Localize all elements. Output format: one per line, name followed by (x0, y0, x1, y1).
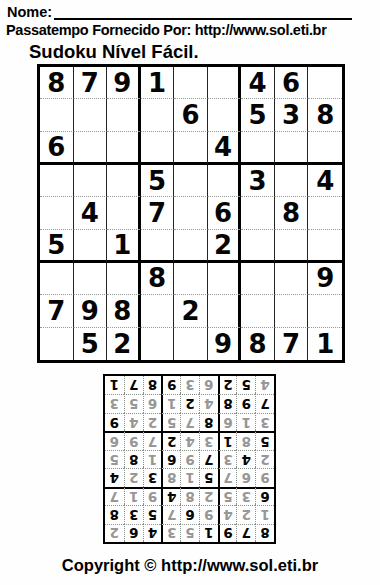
puzzle-cell-r8c2: 9 (74, 295, 108, 327)
solution-cell-r2c2: 2 (236, 505, 255, 523)
solution-cell-r8c3: 8 (218, 394, 237, 412)
solution-cell-r4c8: 2 (124, 468, 143, 486)
solution-cell-r9c9: 1 (105, 376, 124, 394)
puzzle-cell-r3c6: 4 (208, 132, 242, 165)
solution-cell-r9c5: 3 (180, 376, 199, 394)
solution-cell-r9c6: 9 (161, 376, 180, 394)
solution-cell-r5c1: 2 (255, 450, 274, 468)
solution-cell-r7c8: 4 (124, 413, 143, 431)
puzzle-cell-r8c1: 7 (40, 295, 74, 327)
solution-cell-r3c4: 2 (199, 487, 218, 505)
puzzle-cell-r3c8 (275, 132, 309, 165)
solution-cell-r5c7: 1 (143, 450, 162, 468)
solution-cell-r6c7: 7 (143, 431, 162, 449)
puzzle-cell-r7c3 (107, 263, 141, 295)
solution-cell-r3c8: 1 (124, 487, 143, 505)
puzzle-cell-r4c5 (174, 165, 208, 197)
solution-cell-r7c2: 1 (236, 413, 255, 431)
puzzle-cell-r6c8 (275, 230, 309, 263)
solution-cell-r9c2: 5 (236, 376, 255, 394)
page-title: Sudoku Nível Fácil. (29, 41, 199, 63)
solution-cell-r7c5: 7 (180, 413, 199, 431)
puzzle-cell-r2c4 (141, 99, 175, 131)
puzzle-cell-r6c3: 1 (107, 230, 141, 263)
solution-cell-r1c9: 2 (105, 524, 124, 542)
puzzle-cell-r3c3 (107, 132, 141, 165)
puzzle-cell-r9c5 (174, 328, 208, 360)
puzzle-cell-r1c1: 8 (40, 67, 74, 99)
solution-cell-r7c6: 5 (161, 413, 180, 431)
puzzle-cell-r9c8: 7 (275, 328, 309, 360)
puzzle-cell-r9c9: 1 (308, 328, 342, 360)
puzzle-cell-r3c7 (241, 132, 275, 165)
puzzle-cell-r4c7: 3 (241, 165, 275, 197)
solution-cell-r6c6: 2 (161, 431, 180, 449)
puzzle-cell-r6c5 (174, 230, 208, 263)
solution-cell-r2c9: 8 (105, 505, 124, 523)
solution-cell-r9c8: 7 (124, 376, 143, 394)
solution-cell-r5c4: 7 (199, 450, 218, 468)
puzzle-cell-r4c9: 4 (308, 165, 342, 197)
solution-cell-r5c2: 4 (236, 450, 255, 468)
puzzle-cell-r5c1 (40, 197, 74, 229)
solution-cell-r9c3: 2 (218, 376, 237, 394)
puzzle-cell-r3c1: 6 (40, 132, 74, 165)
solution-grid-rotated-180: 8791534621249675386352849179675183242437… (103, 374, 276, 544)
solution-cell-r1c8: 6 (124, 524, 143, 542)
sudoku-worksheet-page: Nome: Passatempo Fornecido Por: http://w… (0, 0, 380, 585)
solution-cell-r2c6: 7 (161, 505, 180, 523)
solution-cell-r4c2: 6 (236, 468, 255, 486)
name-row: Nome: (7, 3, 352, 20)
puzzle-cell-r1c3: 9 (107, 67, 141, 99)
solution-cell-r6c4: 3 (199, 431, 218, 449)
puzzle-cell-r4c2 (74, 165, 108, 197)
puzzle-cell-r7c2 (74, 263, 108, 295)
solution-cell-r2c5: 6 (180, 505, 199, 523)
puzzle-cell-r5c3 (107, 197, 141, 229)
puzzle-cell-r9c1 (40, 328, 74, 360)
puzzle-cell-r2c9: 8 (308, 99, 342, 131)
solution-cell-r1c2: 7 (236, 524, 255, 542)
puzzle-cell-r3c9 (308, 132, 342, 165)
puzzle-cell-r2c1 (40, 99, 74, 131)
puzzle-cell-r7c5 (174, 263, 208, 295)
solution-cell-r6c9: 6 (105, 431, 124, 449)
solution-cell-r4c7: 3 (143, 468, 162, 486)
solution-cell-r9c1: 4 (255, 376, 274, 394)
solution-cell-r4c5: 1 (180, 468, 199, 486)
puzzle-cell-r7c4: 8 (141, 263, 175, 295)
puzzle-cell-r4c4: 5 (141, 165, 175, 197)
puzzle-cell-r4c6 (208, 165, 242, 197)
solution-cell-r8c6: 1 (161, 394, 180, 412)
solution-cell-r3c1: 6 (255, 487, 274, 505)
puzzle-cell-r6c9 (308, 230, 342, 263)
solution-cell-r2c7: 5 (143, 505, 162, 523)
puzzle-cell-r2c8: 3 (275, 99, 309, 131)
solution-cell-r8c5: 2 (180, 394, 199, 412)
puzzle-cell-r2c3 (107, 99, 141, 131)
puzzle-cell-r2c7: 5 (241, 99, 275, 131)
solution-cell-r3c2: 3 (236, 487, 255, 505)
puzzle-cell-r8c8 (275, 295, 309, 327)
puzzle-cell-r5c7 (241, 197, 275, 229)
puzzle-cell-r7c8 (275, 263, 309, 295)
puzzle-cell-r9c6: 9 (208, 328, 242, 360)
puzzle-cell-r2c6 (208, 99, 242, 131)
puzzle-cell-r9c2: 5 (74, 328, 108, 360)
sudoku-puzzle-grid: 8791466538645344768512897982529871 (37, 64, 345, 363)
puzzle-cell-r1c9 (308, 67, 342, 99)
copyright-text: Copyright © http://www.sol.eti.br (0, 556, 380, 575)
puzzle-cell-r5c9 (308, 197, 342, 229)
solution-cell-r9c7: 8 (143, 376, 162, 394)
puzzle-cell-r3c4 (141, 132, 175, 165)
puzzle-cell-r8c9 (308, 295, 342, 327)
puzzle-cell-r7c9: 9 (308, 263, 342, 295)
solution-cell-r1c4: 1 (199, 524, 218, 542)
solution-cell-r6c5: 4 (180, 431, 199, 449)
solution-cell-r3c5: 8 (180, 487, 199, 505)
solution-cell-r8c4: 4 (199, 394, 218, 412)
solution-cell-r8c7: 6 (143, 394, 162, 412)
solution-cell-r3c3: 5 (218, 487, 237, 505)
solution-cell-r1c5: 5 (180, 524, 199, 542)
solution-cell-r9c4: 6 (199, 376, 218, 394)
solution-cell-r6c2: 8 (236, 431, 255, 449)
solution-cell-r4c4: 5 (199, 468, 218, 486)
puzzle-cell-r8c4 (141, 295, 175, 327)
solution-cell-r5c3: 3 (218, 450, 237, 468)
puzzle-cell-r7c7 (241, 263, 275, 295)
solution-cell-r3c7: 9 (143, 487, 162, 505)
puzzle-cell-r1c4: 1 (141, 67, 175, 99)
solution-cell-r3c6: 4 (161, 487, 180, 505)
solution-cell-r7c3: 6 (218, 413, 237, 431)
puzzle-cell-r8c3: 8 (107, 295, 141, 327)
puzzle-cell-r3c5 (174, 132, 208, 165)
puzzle-cell-r5c2: 4 (74, 197, 108, 229)
solution-cell-r4c3: 7 (218, 468, 237, 486)
solution-cell-r5c6: 6 (161, 450, 180, 468)
puzzle-cell-r5c8: 8 (275, 197, 309, 229)
solution-cell-r8c2: 9 (236, 394, 255, 412)
puzzle-cell-r1c2: 7 (74, 67, 108, 99)
puzzle-cell-r6c7 (241, 230, 275, 263)
puzzle-cell-r1c8: 6 (275, 67, 309, 99)
puzzle-cell-r9c4 (141, 328, 175, 360)
puzzle-cell-r6c6: 2 (208, 230, 242, 263)
solution-cell-r6c8: 9 (124, 431, 143, 449)
puzzle-cell-r2c5: 6 (174, 99, 208, 131)
puzzle-cell-r5c6: 6 (208, 197, 242, 229)
solution-cell-r7c1: 3 (255, 413, 274, 431)
puzzle-cell-r2c2 (74, 99, 108, 131)
solution-cell-r6c1: 5 (255, 431, 274, 449)
puzzle-cell-r9c3: 2 (107, 328, 141, 360)
solution-cell-r2c3: 4 (218, 505, 237, 523)
name-label: Nome: (7, 4, 52, 20)
solution-cell-r2c4: 9 (199, 505, 218, 523)
name-fill-line (54, 3, 352, 20)
solution-cell-r4c1: 9 (255, 468, 274, 486)
solution-cell-r8c8: 5 (124, 394, 143, 412)
solution-cell-r8c1: 7 (255, 394, 274, 412)
puzzle-cell-r6c2 (74, 230, 108, 263)
puzzle-cell-r8c5: 2 (174, 295, 208, 327)
solution-cell-r7c9: 9 (105, 413, 124, 431)
solution-cell-r7c7: 2 (143, 413, 162, 431)
puzzle-cell-r7c6 (208, 263, 242, 295)
solution-cell-r5c8: 8 (124, 450, 143, 468)
puzzle-cell-r4c3 (107, 165, 141, 197)
puzzle-cell-r9c7: 8 (241, 328, 275, 360)
solution-cell-r3c9: 7 (105, 487, 124, 505)
puzzle-cell-r4c8 (275, 165, 309, 197)
solution-cell-r8c9: 3 (105, 394, 124, 412)
puzzle-cell-r1c5 (174, 67, 208, 99)
solution-cell-r5c9: 5 (105, 450, 124, 468)
puzzle-cell-r7c1 (40, 263, 74, 295)
puzzle-cell-r5c5 (174, 197, 208, 229)
puzzle-cell-r1c6 (208, 67, 242, 99)
solution-cell-r2c1: 1 (255, 505, 274, 523)
puzzle-cell-r5c4: 7 (141, 197, 175, 229)
puzzle-cell-r6c1: 5 (40, 230, 74, 263)
sudoku-solution-grid: 8791534621249675386352849179675183242437… (103, 374, 276, 544)
solution-cell-r6c3: 1 (218, 431, 237, 449)
solution-cell-r4c6: 8 (161, 468, 180, 486)
provider-line: Passatempo Fornecido Por: http://www.sol… (6, 22, 376, 38)
puzzle-cell-r8c7 (241, 295, 275, 327)
solution-cell-r4c9: 4 (105, 468, 124, 486)
puzzle-cell-r1c7: 4 (241, 67, 275, 99)
solution-cell-r5c5: 9 (180, 450, 199, 468)
puzzle-cell-r4c1 (40, 165, 74, 197)
solution-cell-r2c8: 3 (124, 505, 143, 523)
puzzle-cell-r3c2 (74, 132, 108, 165)
solution-cell-r1c7: 4 (143, 524, 162, 542)
puzzle-cell-r8c6 (208, 295, 242, 327)
solution-cell-r1c3: 9 (218, 524, 237, 542)
solution-cell-r1c6: 3 (161, 524, 180, 542)
solution-cell-r1c1: 8 (255, 524, 274, 542)
puzzle-cell-r6c4 (141, 230, 175, 263)
solution-cell-r7c4: 8 (199, 413, 218, 431)
